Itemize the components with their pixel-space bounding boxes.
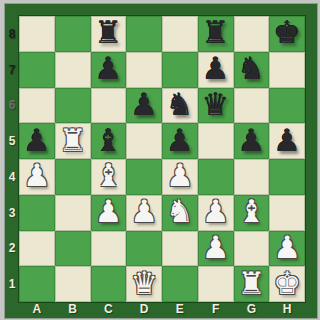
- square-a4: ♟: [19, 159, 55, 195]
- square-e3: ♞: [162, 195, 198, 231]
- square-d8: [126, 16, 162, 52]
- black-knight-icon: ♞: [166, 89, 194, 120]
- file-label-h: H: [269, 301, 305, 316]
- black-rook-icon: ♜: [94, 17, 122, 48]
- square-b6: [55, 88, 91, 124]
- rank-label-2: 2: [5, 231, 19, 267]
- white-pawn-icon: ♟: [23, 160, 51, 191]
- square-f8: ♜: [198, 16, 234, 52]
- square-c8: ♜: [91, 16, 127, 52]
- rank-label-8: 8: [5, 16, 19, 52]
- black-pawn-icon: ♟: [273, 125, 301, 156]
- white-king-icon: ♚: [273, 268, 301, 299]
- square-f2: ♟: [198, 231, 234, 267]
- square-d5: [126, 123, 162, 159]
- square-c5: ♝: [91, 123, 127, 159]
- square-g4: [234, 159, 270, 195]
- rank-label-6: 6: [5, 88, 19, 124]
- white-pawn-icon: ♟: [202, 232, 230, 263]
- square-g7: ♞: [234, 52, 270, 88]
- square-b1: [55, 266, 91, 302]
- square-b2: [55, 231, 91, 267]
- square-b5: ♜: [55, 123, 91, 159]
- square-h5: ♟: [269, 123, 305, 159]
- square-g3: ♝: [234, 195, 270, 231]
- white-rook-icon: ♜: [59, 125, 87, 156]
- square-b8: [55, 16, 91, 52]
- square-a6: [19, 88, 55, 124]
- square-g6: [234, 88, 270, 124]
- black-bishop-icon: ♝: [94, 125, 122, 156]
- file-labels: ABCDEFGH: [19, 301, 305, 316]
- rank-label-1: 1: [5, 266, 19, 302]
- rank-label-7: 7: [5, 52, 19, 88]
- white-pawn-icon: ♟: [202, 196, 230, 227]
- white-queen-icon: ♛: [130, 268, 158, 299]
- square-b7: [55, 52, 91, 88]
- white-pawn-icon: ♟: [166, 160, 194, 191]
- square-h2: ♟: [269, 231, 305, 267]
- white-pawn-icon: ♟: [273, 232, 301, 263]
- page-background: 87654321 ♜♜♚♟♟♞♟♞♛♟♜♝♟♟♟♟♝♟♟♟♞♟♝♟♟♛♜♚ AB…: [0, 0, 320, 320]
- square-c4: ♝: [91, 159, 127, 195]
- black-pawn-icon: ♟: [166, 125, 194, 156]
- square-a8: [19, 16, 55, 52]
- square-b3: [55, 195, 91, 231]
- square-h6: [269, 88, 305, 124]
- square-a1: [19, 266, 55, 302]
- square-e6: ♞: [162, 88, 198, 124]
- square-f6: ♛: [198, 88, 234, 124]
- square-c2: [91, 231, 127, 267]
- square-d4: [126, 159, 162, 195]
- square-a2: [19, 231, 55, 267]
- square-f5: [198, 123, 234, 159]
- square-a3: [19, 195, 55, 231]
- square-d1: ♛: [126, 266, 162, 302]
- square-e1: [162, 266, 198, 302]
- square-g5: ♟: [234, 123, 270, 159]
- square-h8: ♚: [269, 16, 305, 52]
- black-pawn-icon: ♟: [130, 89, 158, 120]
- black-rook-icon: ♜: [202, 17, 230, 48]
- file-label-d: D: [126, 301, 162, 316]
- rank-labels: 87654321: [5, 16, 19, 302]
- square-d3: ♟: [126, 195, 162, 231]
- square-h7: [269, 52, 305, 88]
- black-queen-icon: ♛: [202, 89, 230, 120]
- file-label-g: G: [234, 301, 270, 316]
- square-f1: [198, 266, 234, 302]
- white-rook-icon: ♜: [237, 268, 265, 299]
- black-king-icon: ♚: [273, 17, 301, 48]
- file-label-b: B: [55, 301, 91, 316]
- chess-board: ♜♜♚♟♟♞♟♞♛♟♜♝♟♟♟♟♝♟♟♟♞♟♝♟♟♛♜♚: [19, 16, 305, 302]
- square-h1: ♚: [269, 266, 305, 302]
- black-pawn-icon: ♟: [94, 53, 122, 84]
- file-label-a: A: [19, 301, 55, 316]
- white-pawn-icon: ♟: [94, 196, 122, 227]
- rank-label-3: 3: [5, 195, 19, 231]
- square-g1: ♜: [234, 266, 270, 302]
- square-c1: [91, 266, 127, 302]
- square-f4: [198, 159, 234, 195]
- square-f3: ♟: [198, 195, 234, 231]
- square-e5: ♟: [162, 123, 198, 159]
- white-bishop-icon: ♝: [94, 160, 122, 191]
- square-h4: [269, 159, 305, 195]
- black-knight-icon: ♞: [237, 53, 265, 84]
- chess-diagram: 87654321 ♜♜♚♟♟♞♟♞♛♟♜♝♟♟♟♟♝♟♟♟♞♟♝♟♟♛♜♚ AB…: [5, 4, 317, 318]
- square-g2: [234, 231, 270, 267]
- black-pawn-icon: ♟: [202, 53, 230, 84]
- black-pawn-icon: ♟: [23, 125, 51, 156]
- square-e7: [162, 52, 198, 88]
- black-pawn-icon: ♟: [237, 125, 265, 156]
- white-knight-icon: ♞: [166, 196, 194, 227]
- square-e2: [162, 231, 198, 267]
- file-label-c: C: [91, 301, 127, 316]
- square-c7: ♟: [91, 52, 127, 88]
- square-g8: [234, 16, 270, 52]
- white-pawn-icon: ♟: [130, 196, 158, 227]
- square-c3: ♟: [91, 195, 127, 231]
- square-d2: [126, 231, 162, 267]
- white-bishop-icon: ♝: [237, 196, 265, 227]
- square-b4: [55, 159, 91, 195]
- square-f7: ♟: [198, 52, 234, 88]
- square-c6: [91, 88, 127, 124]
- square-h3: [269, 195, 305, 231]
- square-e4: ♟: [162, 159, 198, 195]
- rank-label-5: 5: [5, 123, 19, 159]
- square-d7: [126, 52, 162, 88]
- square-e8: [162, 16, 198, 52]
- square-a7: [19, 52, 55, 88]
- file-label-f: F: [198, 301, 234, 316]
- rank-label-4: 4: [5, 159, 19, 195]
- square-a5: ♟: [19, 123, 55, 159]
- square-d6: ♟: [126, 88, 162, 124]
- file-label-e: E: [162, 301, 198, 316]
